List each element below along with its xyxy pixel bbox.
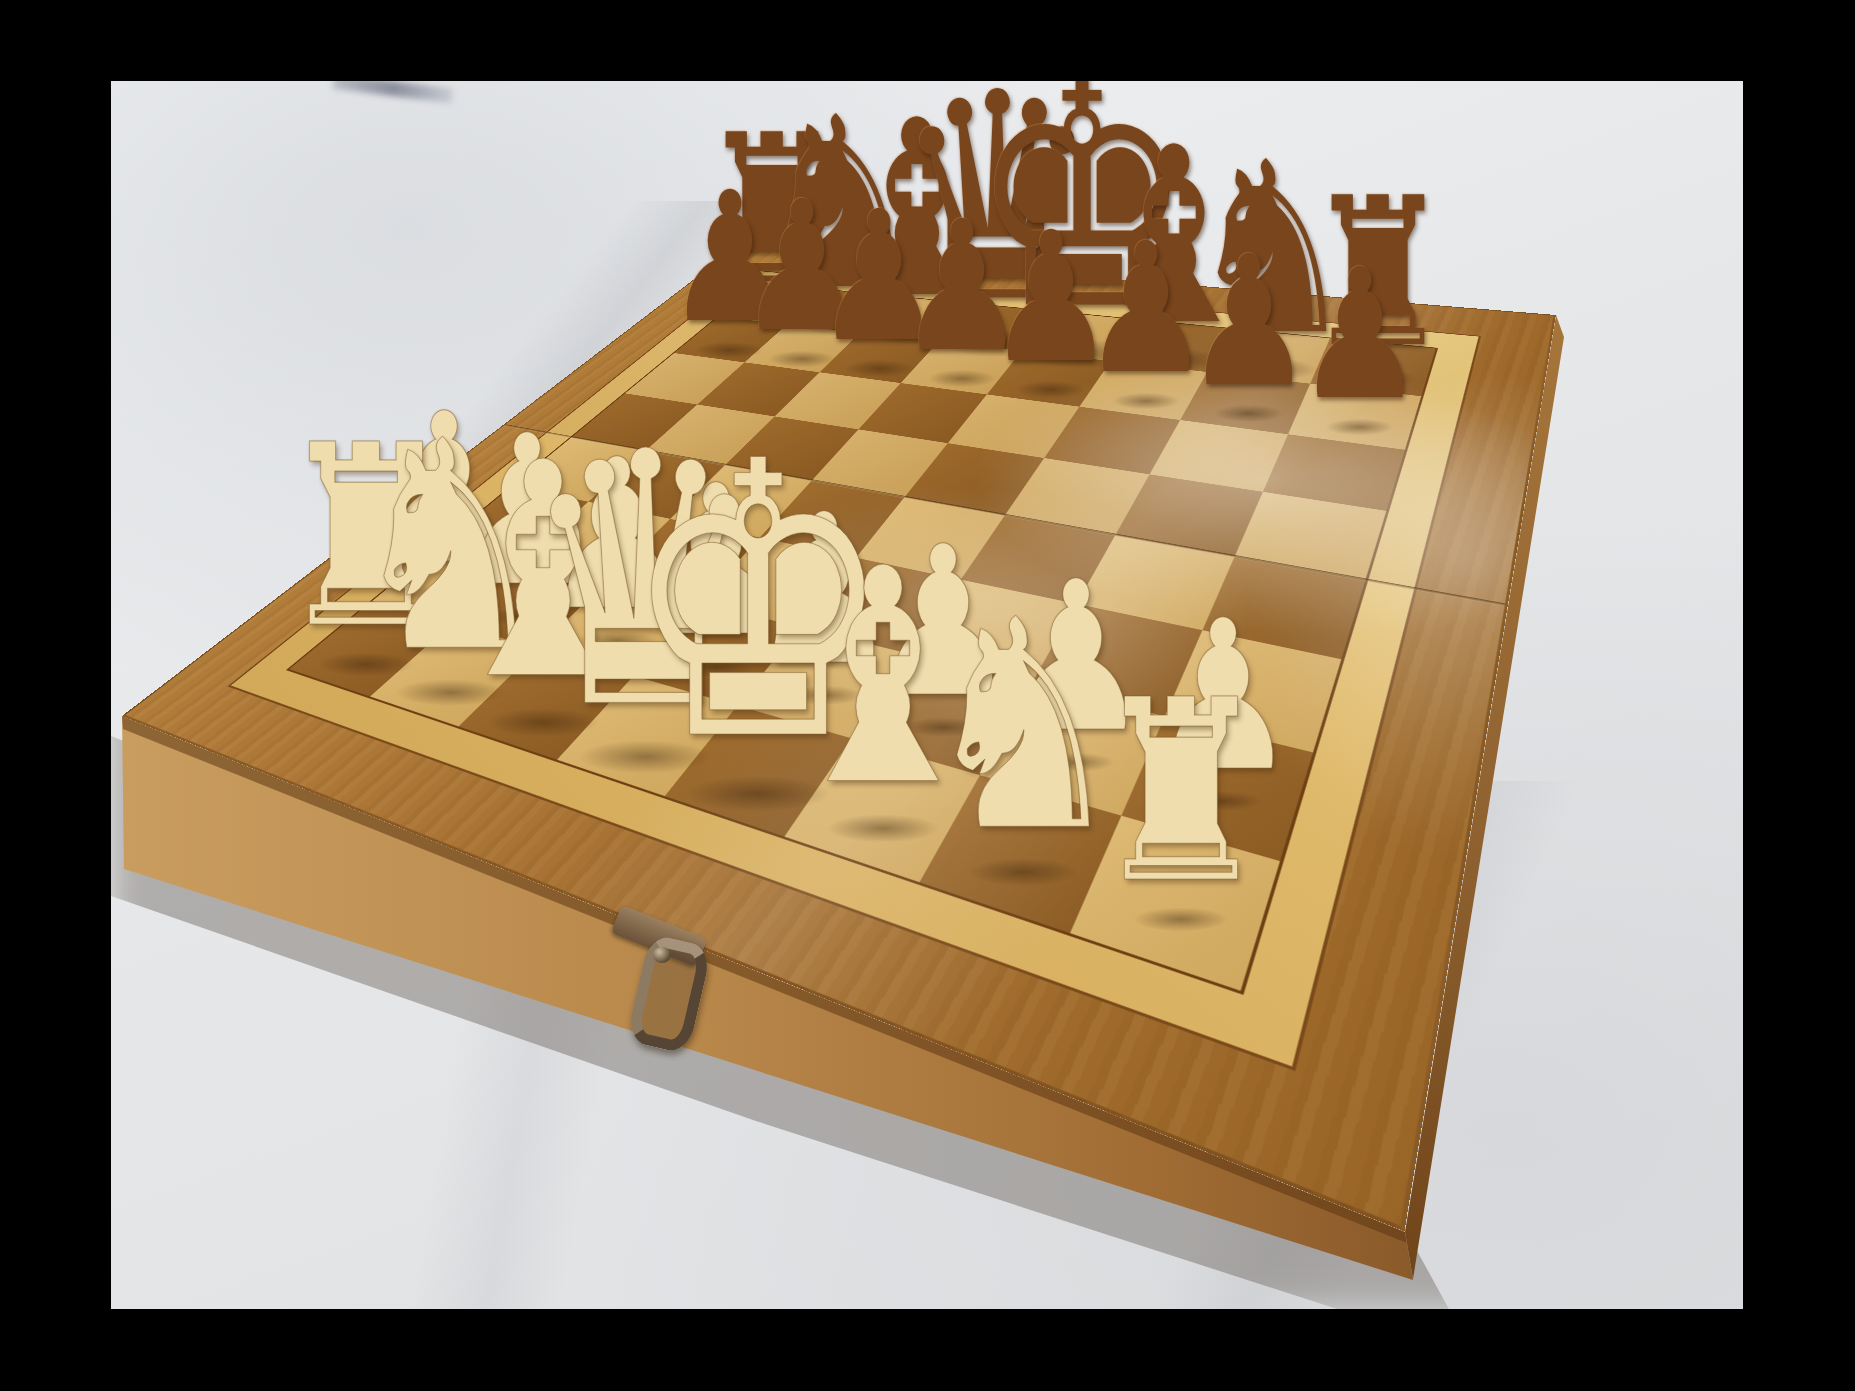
black-frame: ♜♞♝♛♚♝♞♜♟♟♟♟♟♟♟♟♟♟♟♟♟♟♟♟♜♞♝♛♚♝♞♜ [0, 0, 1855, 1391]
black-pawn-glyph: ♟ [1295, 245, 1424, 425]
clasp-latch [595, 917, 725, 1052]
photo-scene: ♜♞♝♛♚♝♞♜♟♟♟♟♟♟♟♟♟♟♟♟♟♟♟♟♜♞♝♛♚♝♞♜ [111, 81, 1743, 1309]
clasp-knob [653, 947, 671, 963]
fabric-shadow-smudge [333, 81, 454, 103]
piece-white-rook-h1[interactable]: ♜ [1068, 667, 1293, 918]
piece-black-pawn-h7[interactable]: ♟ [1279, 245, 1440, 425]
white-rook-glyph: ♜ [1091, 667, 1271, 918]
